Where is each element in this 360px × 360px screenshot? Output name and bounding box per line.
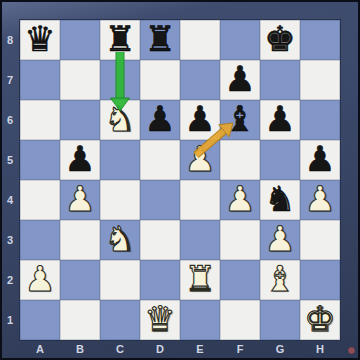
square-e1[interactable] (180, 300, 220, 340)
square-g7[interactable] (260, 60, 300, 100)
file-label-c: C (100, 340, 140, 360)
square-a1[interactable] (20, 300, 60, 340)
piece-white-queen[interactable]: ♛ (144, 299, 175, 339)
square-d2[interactable] (140, 260, 180, 300)
square-e5[interactable]: ♟ (180, 140, 220, 180)
square-h8[interactable] (300, 20, 340, 60)
square-a8[interactable]: ♛ (20, 20, 60, 60)
piece-black-pawn[interactable]: ♟ (64, 139, 95, 179)
square-g8[interactable]: ♚ (260, 20, 300, 60)
square-d6[interactable]: ♟ (140, 100, 180, 140)
rank-label-4: 4 (0, 180, 20, 220)
piece-black-pawn[interactable]: ♟ (304, 139, 335, 179)
square-a4[interactable] (20, 180, 60, 220)
file-label-h: H (300, 340, 340, 360)
piece-black-bishop[interactable]: ♝ (224, 99, 255, 139)
square-d3[interactable] (140, 220, 180, 260)
square-e3[interactable] (180, 220, 220, 260)
square-f3[interactable] (220, 220, 260, 260)
square-f2[interactable] (220, 260, 260, 300)
file-label-b: B (60, 340, 100, 360)
square-c8[interactable]: ♜ (100, 20, 140, 60)
piece-white-pawn[interactable]: ♟ (264, 219, 295, 259)
piece-white-bishop[interactable]: ♝ (264, 259, 295, 299)
square-b1[interactable] (60, 300, 100, 340)
square-e4[interactable] (180, 180, 220, 220)
piece-white-pawn[interactable]: ♟ (24, 259, 55, 299)
file-label-f: F (220, 340, 260, 360)
square-d4[interactable] (140, 180, 180, 220)
square-f1[interactable] (220, 300, 260, 340)
rank-label-6: 6 (0, 100, 20, 140)
square-g2[interactable]: ♝ (260, 260, 300, 300)
piece-white-rook[interactable]: ♜ (184, 259, 215, 299)
file-label-e: E (180, 340, 220, 360)
file-label-d: D (140, 340, 180, 360)
piece-black-pawn[interactable]: ♟ (144, 99, 175, 139)
piece-white-knight[interactable]: ♞ (104, 219, 135, 259)
square-a5[interactable] (20, 140, 60, 180)
rank-label-1: 1 (0, 300, 20, 340)
square-g6[interactable]: ♟ (260, 100, 300, 140)
square-b2[interactable] (60, 260, 100, 300)
piece-white-pawn[interactable]: ♟ (304, 179, 335, 219)
square-f5[interactable] (220, 140, 260, 180)
square-h1[interactable]: ♚ (300, 300, 340, 340)
square-c5[interactable] (100, 140, 140, 180)
square-d1[interactable]: ♛ (140, 300, 180, 340)
square-g3[interactable]: ♟ (260, 220, 300, 260)
square-b3[interactable] (60, 220, 100, 260)
square-g5[interactable] (260, 140, 300, 180)
piece-black-knight[interactable]: ♞ (264, 179, 295, 219)
piece-white-pawn[interactable]: ♟ (224, 179, 255, 219)
piece-black-queen[interactable]: ♛ (24, 19, 55, 59)
square-d7[interactable] (140, 60, 180, 100)
square-h2[interactable] (300, 260, 340, 300)
square-a3[interactable] (20, 220, 60, 260)
square-b6[interactable] (60, 100, 100, 140)
piece-white-king[interactable]: ♚ (304, 299, 335, 339)
square-d5[interactable] (140, 140, 180, 180)
rank-label-7: 7 (0, 60, 20, 100)
square-f7[interactable]: ♟ (220, 60, 260, 100)
square-h5[interactable]: ♟ (300, 140, 340, 180)
square-f6[interactable]: ♝ (220, 100, 260, 140)
rank-label-8: 8 (0, 20, 20, 60)
square-c3[interactable]: ♞ (100, 220, 140, 260)
piece-black-pawn[interactable]: ♟ (224, 59, 255, 99)
square-h4[interactable]: ♟ (300, 180, 340, 220)
square-c4[interactable] (100, 180, 140, 220)
square-h7[interactable] (300, 60, 340, 100)
piece-white-knight[interactable]: ♞ (104, 99, 135, 139)
file-label-g: G (260, 340, 300, 360)
square-c7[interactable] (100, 60, 140, 100)
piece-black-pawn[interactable]: ♟ (184, 99, 215, 139)
file-label-a: A (20, 340, 60, 360)
square-e8[interactable] (180, 20, 220, 60)
square-e6[interactable]: ♟ (180, 100, 220, 140)
board: ♛♜♜♚♟♞♟♟♝♟♟♟♟♟♟♞♟♞♟♟♜♝♛♚ (20, 20, 340, 340)
watermark-dot (348, 347, 355, 354)
square-c1[interactable] (100, 300, 140, 340)
square-b4[interactable]: ♟ (60, 180, 100, 220)
piece-black-pawn[interactable]: ♟ (264, 99, 295, 139)
piece-black-rook[interactable]: ♜ (104, 19, 135, 59)
square-f8[interactable] (220, 20, 260, 60)
square-e7[interactable] (180, 60, 220, 100)
square-h6[interactable] (300, 100, 340, 140)
piece-black-king[interactable]: ♚ (264, 19, 295, 59)
square-a2[interactable]: ♟ (20, 260, 60, 300)
square-h3[interactable] (300, 220, 340, 260)
square-a6[interactable] (20, 100, 60, 140)
rank-label-5: 5 (0, 140, 20, 180)
square-a7[interactable] (20, 60, 60, 100)
square-d8[interactable]: ♜ (140, 20, 180, 60)
square-b5[interactable]: ♟ (60, 140, 100, 180)
chessboard-frame: ♛♜♜♚♟♞♟♟♝♟♟♟♟♟♟♞♟♞♟♟♜♝♛♚ 87654321 ABCDEF… (0, 0, 360, 360)
square-g1[interactable] (260, 300, 300, 340)
square-f4[interactable]: ♟ (220, 180, 260, 220)
square-b7[interactable] (60, 60, 100, 100)
file-labels: ABCDEFGH (20, 340, 340, 360)
piece-black-rook[interactable]: ♜ (144, 19, 175, 59)
square-c2[interactable] (100, 260, 140, 300)
square-g4[interactable]: ♞ (260, 180, 300, 220)
square-e2[interactable]: ♜ (180, 260, 220, 300)
square-c6[interactable]: ♞ (100, 100, 140, 140)
square-b8[interactable] (60, 20, 100, 60)
rank-label-2: 2 (0, 260, 20, 300)
piece-white-pawn[interactable]: ♟ (184, 139, 215, 179)
rank-label-3: 3 (0, 220, 20, 260)
piece-white-pawn[interactable]: ♟ (64, 179, 95, 219)
rank-labels: 87654321 (0, 20, 20, 340)
